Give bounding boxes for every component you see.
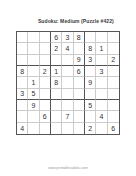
sudoku-cell-r7c3 <box>40 100 51 111</box>
sudoku-cell-r8c3: 6 <box>40 111 51 122</box>
sudoku-cell-r3c2 <box>28 55 39 66</box>
sudoku-cell-r2c8: 1 <box>96 43 107 54</box>
sudoku-cell-r9c2 <box>28 123 39 134</box>
sudoku-cell-r1c8 <box>96 32 107 43</box>
sudoku-cell-r8c6 <box>74 111 85 122</box>
sudoku-cell-r4c3: 2 <box>40 66 51 77</box>
sudoku-cell-r3c9: 2 <box>108 55 119 66</box>
sudoku-cell-r8c9 <box>108 111 119 122</box>
sudoku-cell-r3c4 <box>51 55 62 66</box>
sudoku-cell-r4c4: 1 <box>51 66 62 77</box>
sudoku-cell-r7c4 <box>51 100 62 111</box>
sudoku-cell-r5c6 <box>74 77 85 88</box>
sudoku-cell-r9c6 <box>74 123 85 134</box>
sudoku-cell-r1c5: 3 <box>62 32 73 43</box>
sudoku-cell-r9c1: 4 <box>17 123 28 134</box>
sudoku-cell-r8c4 <box>51 111 62 122</box>
sudoku-cell-r3c1 <box>17 55 28 66</box>
page-title-text: Sudoku: Medium (Puzzle #422) <box>38 18 114 24</box>
sudoku-cell-r6c7 <box>85 89 96 100</box>
sudoku-cell-r8c1 <box>17 111 28 122</box>
sudoku-cell-r5c5 <box>62 77 73 88</box>
sudoku-cell-r7c9 <box>108 100 119 111</box>
sudoku-cell-r4c1: 8 <box>17 66 28 77</box>
sudoku-cell-r2c4: 2 <box>51 43 62 54</box>
sudoku-cell-r6c8 <box>96 89 107 100</box>
sudoku-cell-r1c6: 8 <box>74 32 85 43</box>
sudoku-cell-r2c6 <box>74 43 85 54</box>
sudoku-grid: 6382481932821631893595674426 <box>16 31 120 135</box>
sudoku-cell-r5c2: 1 <box>28 77 39 88</box>
sudoku-cell-r9c5 <box>62 123 73 134</box>
sudoku-cell-r7c2: 9 <box>28 100 39 111</box>
sudoku-cell-r5c7: 9 <box>85 77 96 88</box>
sudoku-cell-r1c9 <box>108 32 119 43</box>
sudoku-cell-r9c4 <box>51 123 62 134</box>
sudoku-cell-r3c8 <box>96 55 107 66</box>
sudoku-cell-r6c5 <box>62 89 73 100</box>
sudoku-cell-r6c6 <box>74 89 85 100</box>
sudoku-cell-r4c7 <box>85 66 96 77</box>
sudoku-cell-r6c2: 5 <box>28 89 39 100</box>
sudoku-cell-r4c5 <box>62 66 73 77</box>
sudoku-cell-r1c3 <box>40 32 51 43</box>
sudoku-cell-r3c6: 9 <box>74 55 85 66</box>
sudoku-cell-r8c7 <box>85 111 96 122</box>
sudoku-cell-r4c8: 3 <box>96 66 107 77</box>
sudoku-printout-page: Sudoku: Medium (Puzzle #422) 63824819328… <box>0 0 136 176</box>
sudoku-cell-r4c9 <box>108 66 119 77</box>
page-title: Sudoku: Medium (Puzzle #422) <box>0 13 136 31</box>
sudoku-cell-r6c4 <box>51 89 62 100</box>
sudoku-cell-r3c5 <box>62 55 73 66</box>
sudoku-cell-r1c7 <box>85 32 96 43</box>
sudoku-cell-r7c8 <box>96 100 107 111</box>
footer: www.printablesudoku.com <box>0 161 136 176</box>
sudoku-cell-r9c8 <box>96 123 107 134</box>
sudoku-cell-r2c9 <box>108 43 119 54</box>
sudoku-cell-r6c1: 3 <box>17 89 28 100</box>
sudoku-cell-r8c5: 7 <box>62 111 73 122</box>
sudoku-cell-r1c2 <box>28 32 39 43</box>
sudoku-cell-r2c1 <box>17 43 28 54</box>
sudoku-cell-r2c2 <box>28 43 39 54</box>
sudoku-cell-r8c2 <box>28 111 39 122</box>
sudoku-cell-r1c4: 6 <box>51 32 62 43</box>
sudoku-cell-r2c3 <box>40 43 51 54</box>
sudoku-cell-r9c9: 6 <box>108 123 119 134</box>
sudoku-cell-r8c8: 4 <box>96 111 107 122</box>
sudoku-cell-r5c1 <box>17 77 28 88</box>
sudoku-cell-r6c3 <box>40 89 51 100</box>
sudoku-cell-r9c7: 2 <box>85 123 96 134</box>
sudoku-cell-r5c4: 8 <box>51 77 62 88</box>
sudoku-cell-r2c7: 8 <box>85 43 96 54</box>
sudoku-cell-r7c5 <box>62 100 73 111</box>
sudoku-cell-r3c3 <box>40 55 51 66</box>
sudoku-cell-r2c5: 4 <box>62 43 73 54</box>
sudoku-cell-r7c1 <box>17 100 28 111</box>
footer-url: www.printablesudoku.com <box>48 166 87 170</box>
sudoku-cell-r5c3 <box>40 77 51 88</box>
sudoku-cell-r4c2 <box>28 66 39 77</box>
sudoku-cell-r5c8 <box>96 77 107 88</box>
sudoku-cell-r7c6 <box>74 100 85 111</box>
sudoku-cell-r5c9 <box>108 77 119 88</box>
sudoku-cell-r1c1 <box>17 32 28 43</box>
sudoku-cell-r6c9 <box>108 89 119 100</box>
sudoku-cell-r4c6: 6 <box>74 66 85 77</box>
sudoku-cell-r3c7: 3 <box>85 55 96 66</box>
sudoku-cell-r9c3 <box>40 123 51 134</box>
sudoku-cell-r7c7: 5 <box>85 100 96 111</box>
